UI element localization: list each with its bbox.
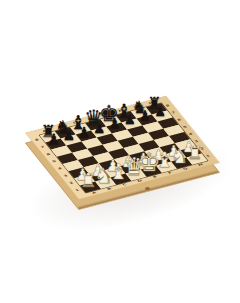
white-rook-a1[interactable]: ♜	[80, 171, 97, 190]
black-pawn-h7[interactable]: ♟	[154, 105, 166, 118]
pieces-layer: ♜♞♝♛♚♝♞♜♟♟♟♟♟♟♟♟♟♟♟♟♟♟♟♟♜♞♝♛♚♝♞♜	[0, 0, 240, 303]
black-pawn-d7[interactable]: ♟	[93, 121, 106, 135]
black-pawn-f7[interactable]: ♟	[124, 113, 136, 127]
black-pawn-b7[interactable]: ♟	[63, 129, 76, 143]
black-pawn-e7[interactable]: ♟	[108, 117, 120, 131]
chess-set-photo: ABCDEFGH ABCDEFGH 87654321 87654321 ♜♞♝♛…	[0, 0, 240, 303]
black-pawn-a7[interactable]: ♟	[47, 132, 60, 147]
white-rook-h1[interactable]: ♜	[187, 145, 203, 163]
white-knight-b1[interactable]: ♞	[94, 166, 113, 187]
black-pawn-c7[interactable]: ♟	[78, 125, 91, 139]
black-pawn-g7[interactable]: ♟	[139, 109, 151, 123]
